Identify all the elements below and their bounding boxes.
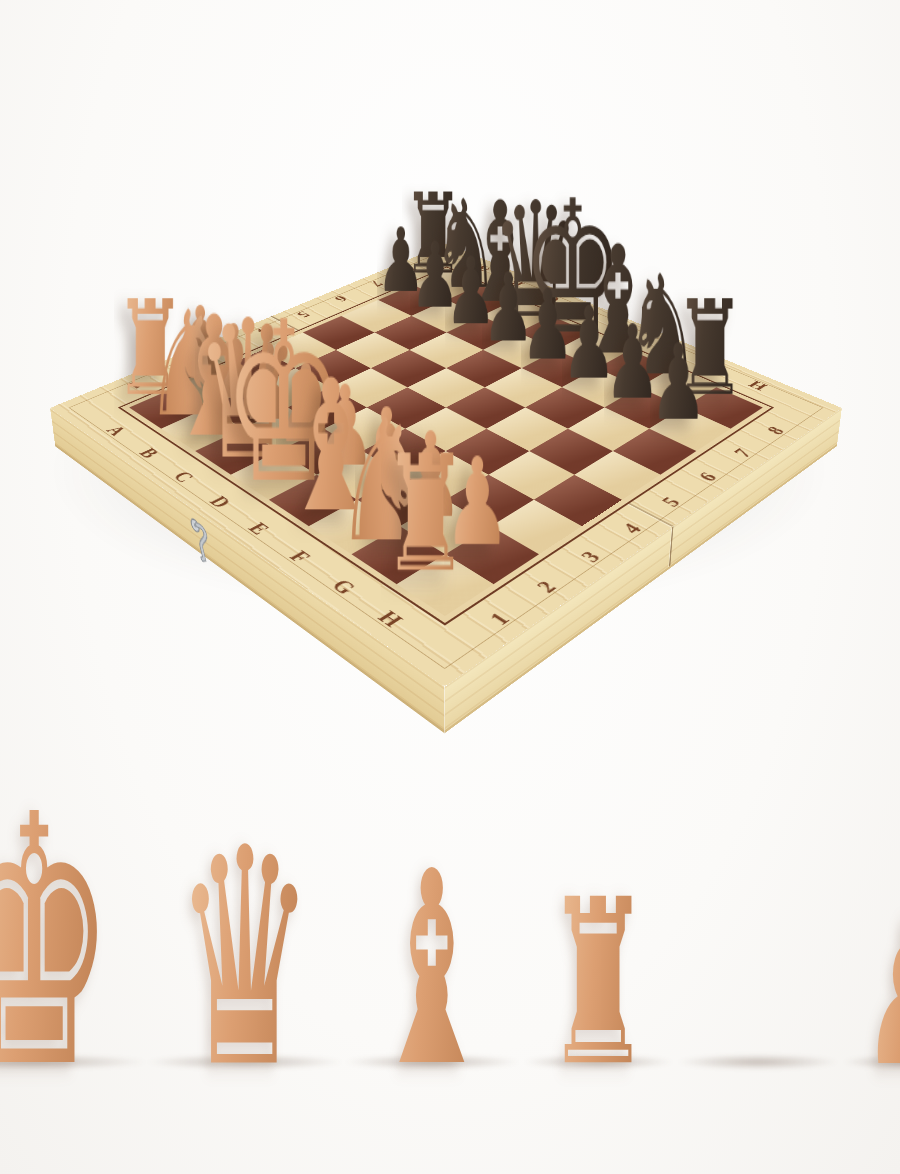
light-rook: ♜ xyxy=(381,435,470,596)
folding-chess-box: ♜♞♝♛♚♝♞♜♟♟♟♟♟♟♟♟♟♟♟♟♟♟♟♟♜♞♝♛♚♝♞♜ ABCDEFG… xyxy=(50,244,842,687)
lineup-item-king: ♚ xyxy=(0,833,137,1063)
piece-lineup: ♚ ♛ ♝ ♜ ♞ ♟ xyxy=(20,745,880,1063)
lineup-item-rook: ♜ xyxy=(530,911,666,1063)
light-bishop: ♝ xyxy=(370,837,494,1104)
lineup-item-knight: ♞ xyxy=(684,899,831,1063)
light-knight: ♞ xyxy=(700,855,815,1101)
dark-pawn: ♟ xyxy=(650,330,708,435)
light-queen: ♛ xyxy=(175,809,315,1109)
lineup-item-queen: ♛ xyxy=(155,863,334,1063)
light-rook: ♜ xyxy=(545,870,651,1098)
light-king: ♚ xyxy=(0,771,114,1116)
lineup-item-bishop: ♝ xyxy=(352,885,512,1063)
light-pawn: ♟ xyxy=(862,893,900,1094)
lineup-item-pawn: ♟ xyxy=(849,929,900,1063)
board-scene: ♜♞♝♛♚♝♞♜♟♟♟♟♟♟♟♟♟♟♟♟♟♟♟♟♜♞♝♛♚♝♞♜ ABCDEFG… xyxy=(0,0,900,660)
fold-seam-side xyxy=(669,526,673,566)
